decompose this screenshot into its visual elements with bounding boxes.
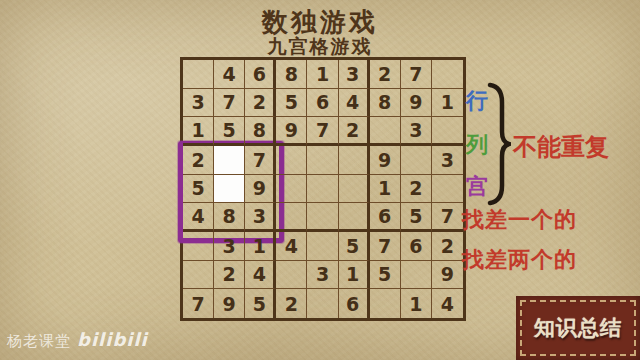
cell-r2c7: 8 — [370, 89, 401, 118]
cell-r7c2: 3 — [214, 232, 245, 261]
cell-r5c5 — [307, 175, 338, 204]
cell-r2c2: 7 — [214, 89, 245, 118]
cell-r4c7: 9 — [370, 146, 401, 175]
cell-r3c3: 8 — [245, 117, 276, 146]
cell-r7c1 — [183, 232, 214, 261]
cell-r2c9: 1 — [432, 89, 463, 118]
cell-r9c9: 4 — [432, 289, 463, 318]
cell-r7c8: 6 — [401, 232, 432, 261]
cell-r5c9 — [432, 175, 463, 204]
cell-r3c8: 3 — [401, 117, 432, 146]
cell-r9c5 — [307, 289, 338, 318]
cell-r6c7: 6 — [370, 203, 401, 232]
cell-r8c3: 4 — [245, 261, 276, 290]
cell-r5c6 — [339, 175, 370, 204]
summary-badge-border: 知识总结 — [520, 300, 636, 356]
summary-badge: 知识总结 — [516, 296, 640, 360]
cell-r4c4 — [276, 146, 307, 175]
cell-r5c2 — [214, 175, 245, 204]
cell-r1c6: 3 — [339, 60, 370, 89]
cell-r4c9: 3 — [432, 146, 463, 175]
cell-r6c4 — [276, 203, 307, 232]
cell-r5c3: 9 — [245, 175, 276, 204]
cell-r1c1 — [183, 60, 214, 89]
cell-r8c2: 2 — [214, 261, 245, 290]
cell-r1c9 — [432, 60, 463, 89]
cell-r6c9: 7 — [432, 203, 463, 232]
cell-r9c3: 5 — [245, 289, 276, 318]
cell-r6c2: 8 — [214, 203, 245, 232]
sudoku-board: 4681327372564891158972327935912483657314… — [180, 57, 466, 321]
brace-icon — [487, 82, 511, 206]
cell-r4c3: 7 — [245, 146, 276, 175]
cell-r2c5: 6 — [307, 89, 338, 118]
hint-missing-one: 找差一个的 — [462, 205, 577, 235]
cell-r7c4: 4 — [276, 232, 307, 261]
cell-r1c7: 2 — [370, 60, 401, 89]
cell-r2c4: 5 — [276, 89, 307, 118]
cell-r6c6 — [339, 203, 370, 232]
cell-r3c9 — [432, 117, 463, 146]
cell-r8c7: 5 — [370, 261, 401, 290]
cell-r4c6 — [339, 146, 370, 175]
cell-r4c2 — [214, 146, 245, 175]
cell-r6c5 — [307, 203, 338, 232]
box-label: 宫 — [466, 172, 488, 202]
cell-r9c7 — [370, 289, 401, 318]
cell-r9c4: 2 — [276, 289, 307, 318]
cell-r9c6: 6 — [339, 289, 370, 318]
cell-r9c2: 9 — [214, 289, 245, 318]
cell-r1c5: 1 — [307, 60, 338, 89]
cell-r3c7 — [370, 117, 401, 146]
cell-r9c8: 1 — [401, 289, 432, 318]
cell-r3c5: 7 — [307, 117, 338, 146]
cell-r4c5 — [307, 146, 338, 175]
cell-r6c1: 4 — [183, 203, 214, 232]
cell-r2c3: 2 — [245, 89, 276, 118]
cell-r2c1: 3 — [183, 89, 214, 118]
cell-r8c8 — [401, 261, 432, 290]
cell-r8c5: 3 — [307, 261, 338, 290]
video-frame: 数独游戏 九宫格游戏 46813273725648911589723279359… — [0, 0, 640, 360]
cell-r3c2: 5 — [214, 117, 245, 146]
cell-r5c1: 5 — [183, 175, 214, 204]
cell-r5c8: 2 — [401, 175, 432, 204]
watermark: 杨老课堂 bilibili — [7, 329, 148, 351]
cell-r1c8: 7 — [401, 60, 432, 89]
no-repeat-note: 不能重复 — [513, 131, 609, 163]
cell-r7c7: 7 — [370, 232, 401, 261]
cell-r7c9: 2 — [432, 232, 463, 261]
cell-r3c6: 2 — [339, 117, 370, 146]
column-label: 列 — [466, 130, 488, 160]
cell-r8c4 — [276, 261, 307, 290]
hint-missing-two: 找差两个的 — [462, 245, 577, 275]
cell-r3c1: 1 — [183, 117, 214, 146]
cell-r8c1 — [183, 261, 214, 290]
row-label: 行 — [466, 86, 488, 116]
cell-r1c2: 4 — [214, 60, 245, 89]
cell-r7c5 — [307, 232, 338, 261]
cell-r2c6: 4 — [339, 89, 370, 118]
cell-r5c7: 1 — [370, 175, 401, 204]
channel-name: 杨老课堂 — [7, 332, 71, 351]
cell-r6c3: 3 — [245, 203, 276, 232]
cell-r8c6: 1 — [339, 261, 370, 290]
summary-badge-label: 知识总结 — [534, 314, 622, 342]
cell-r7c3: 1 — [245, 232, 276, 261]
cell-r7c6: 5 — [339, 232, 370, 261]
cell-r6c8: 5 — [401, 203, 432, 232]
cell-r4c8 — [401, 146, 432, 175]
cell-r2c8: 9 — [401, 89, 432, 118]
cell-r8c9: 9 — [432, 261, 463, 290]
bilibili-logo: bilibili — [77, 329, 148, 350]
cell-r4c1: 2 — [183, 146, 214, 175]
cell-r1c4: 8 — [276, 60, 307, 89]
cell-r5c4 — [276, 175, 307, 204]
cell-r3c4: 9 — [276, 117, 307, 146]
cell-r1c3: 6 — [245, 60, 276, 89]
cell-r9c1: 7 — [183, 289, 214, 318]
